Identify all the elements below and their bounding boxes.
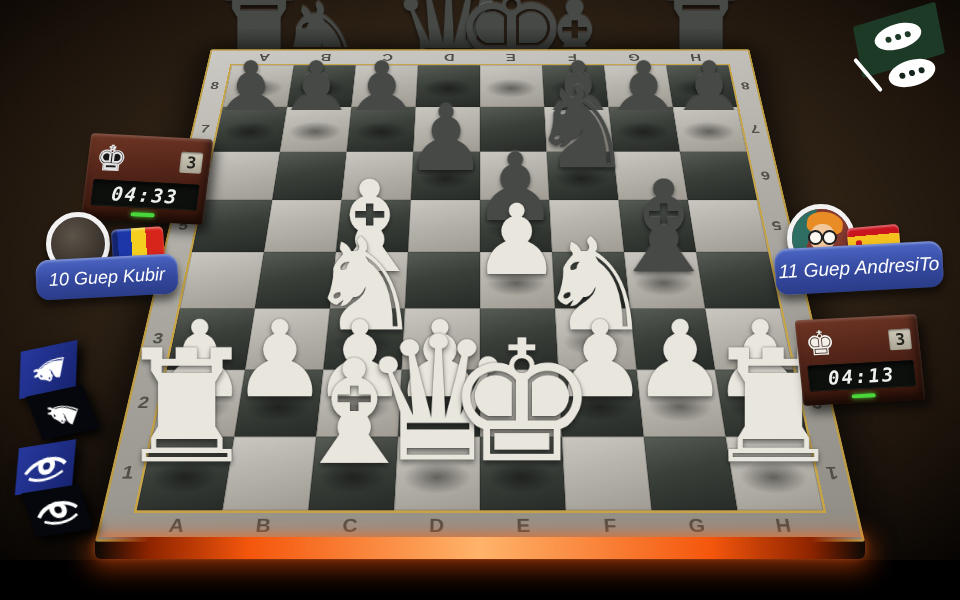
black-clock-led bbox=[130, 212, 154, 217]
white-king-e1[interactable]: ♚ bbox=[455, 283, 589, 472]
file-label-bottom-B: B bbox=[218, 512, 308, 540]
file-label-bottom-A: A bbox=[130, 512, 222, 540]
file-label-bottom-G: G bbox=[652, 512, 742, 540]
file-label-bottom-D: D bbox=[393, 512, 480, 540]
file-label-top-A: A bbox=[232, 50, 296, 64]
square-a1[interactable]: ♜ bbox=[137, 437, 235, 510]
chess-board-3d: ♜♞♛♚♝♜♟♟♟♟♟♟♟♞♟♝♟♝♞♞♟♟♟♟♟♟♟♜♝♛♚♜ AABBCCD… bbox=[95, 49, 865, 541]
white-time-display: 04:13 bbox=[807, 360, 916, 391]
square-a6[interactable] bbox=[203, 152, 280, 200]
white-king-icon: ♚ bbox=[803, 325, 837, 360]
board-edge-glow bbox=[95, 537, 865, 559]
file-label-top-H: H bbox=[664, 50, 728, 64]
file-label-top-E: E bbox=[480, 50, 542, 64]
rook-glyph: ♜ bbox=[115, 337, 258, 478]
file-label-bottom-E: E bbox=[480, 512, 567, 540]
game-screen: ♜♞♛♚♝♜♟♟♟♟♟♟♟♞♟♝♟♝♞♞♟♟♟♟♟♟♟♜♝♛♚♜ AABBCCD… bbox=[0, 0, 960, 600]
board-frame: ♜♞♛♚♝♜♟♟♟♟♟♟♟♞♟♝♟♝♞♞♟♟♟♟♟♟♟♜♝♛♚♜ AABBCCD… bbox=[95, 49, 865, 541]
white-rook-a1[interactable]: ♜ bbox=[120, 283, 254, 472]
file-label-top-F: F bbox=[541, 50, 604, 64]
avatar-glasses-left bbox=[808, 230, 823, 245]
square-e1[interactable]: ♚ bbox=[480, 437, 566, 510]
black-move-counter: 3 bbox=[179, 151, 203, 173]
king-glyph: ♚ bbox=[445, 326, 599, 478]
file-label-bottom-H: H bbox=[738, 512, 830, 540]
file-label-top-G: G bbox=[603, 50, 667, 64]
file-label-top-D: D bbox=[418, 50, 480, 64]
avatar-glasses-right bbox=[822, 230, 837, 245]
white-clock-led bbox=[852, 393, 876, 398]
file-label-top-C: C bbox=[356, 50, 419, 64]
file-label-bottom-C: C bbox=[305, 512, 394, 540]
black-player-clock: ♚ 3 04:33 bbox=[81, 133, 213, 225]
white-move-counter: 3 bbox=[888, 328, 912, 350]
white-player-clock: ♚ 3 04:13 bbox=[795, 314, 926, 406]
white-player-name: 11 Guep AndresiTo bbox=[774, 241, 944, 296]
file-label-top-B: B bbox=[294, 50, 358, 64]
chat-flag-button[interactable] bbox=[850, 4, 956, 108]
black-player-name: 10 Guep Kubir bbox=[35, 253, 179, 300]
black-king-icon: ♚ bbox=[94, 140, 129, 175]
square-h1[interactable]: ♜ bbox=[726, 437, 824, 510]
black-time-display: 04:33 bbox=[91, 179, 200, 210]
file-label-bottom-F: F bbox=[566, 512, 655, 540]
board-grid[interactable]: ♜♞♛♚♝♜♟♟♟♟♟♟♟♞♟♝♟♝♞♞♟♟♟♟♟♟♟♜♝♛♚♜ bbox=[134, 64, 827, 513]
